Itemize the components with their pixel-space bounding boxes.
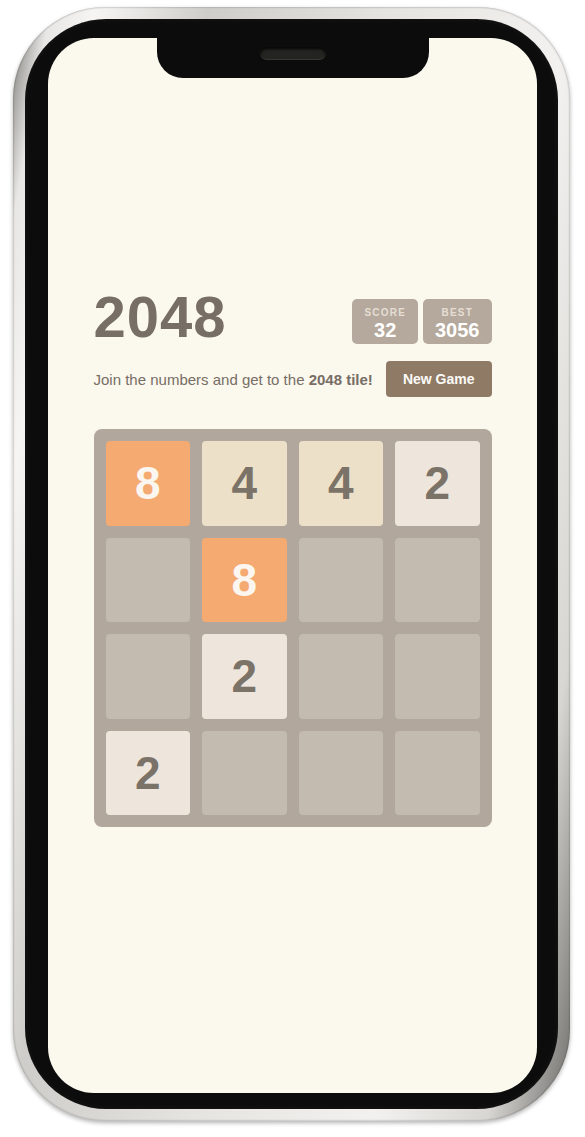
- empty-cell: [106, 634, 191, 719]
- phone-frame: 2048 SCORE 32 BEST 3056 Join the numbers…: [13, 7, 570, 1121]
- tile-4: 4: [299, 441, 384, 526]
- page-title: 2048: [94, 288, 227, 346]
- board-grid[interactable]: 8442822: [94, 429, 492, 827]
- subtitle-goal-text: 2048 tile!: [309, 371, 373, 388]
- tile-4: 4: [202, 441, 287, 526]
- score-label: SCORE: [364, 306, 406, 319]
- tile-2: 2: [106, 731, 191, 816]
- game-container: 2048 SCORE 32 BEST 3056 Join the numbers…: [94, 288, 492, 827]
- empty-cell: [202, 731, 287, 816]
- empty-cell: [106, 538, 191, 623]
- tile-8: 8: [202, 538, 287, 623]
- best-value: 3056: [435, 319, 480, 341]
- best-box: BEST 3056: [423, 299, 492, 344]
- empty-cell: [299, 538, 384, 623]
- speaker-slot: [260, 47, 326, 60]
- subtitle-text: Join the numbers and get to the: [94, 371, 309, 388]
- best-label: BEST: [435, 306, 480, 319]
- empty-cell: [299, 634, 384, 719]
- subtitle: Join the numbers and get to the 2048 til…: [94, 371, 373, 388]
- phone-screen: 2048 SCORE 32 BEST 3056 Join the numbers…: [48, 38, 537, 1093]
- phone-notch: [157, 38, 429, 78]
- empty-cell: [395, 538, 480, 623]
- empty-cell: [395, 634, 480, 719]
- new-game-button[interactable]: New Game: [386, 361, 492, 397]
- tile-8: 8: [106, 441, 191, 526]
- tile-2: 2: [202, 634, 287, 719]
- empty-cell: [299, 731, 384, 816]
- scoreboard: SCORE 32 BEST 3056: [352, 299, 491, 346]
- subheader-row: Join the numbers and get to the 2048 til…: [94, 361, 492, 397]
- score-box: SCORE 32: [352, 299, 418, 344]
- tile-2: 2: [395, 441, 480, 526]
- score-value: 32: [364, 319, 406, 341]
- game-header: 2048 SCORE 32 BEST 3056: [94, 288, 492, 346]
- empty-cell: [395, 731, 480, 816]
